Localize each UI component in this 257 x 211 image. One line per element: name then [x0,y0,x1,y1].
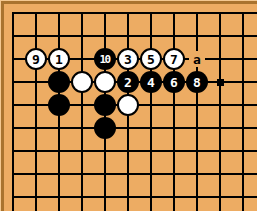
stone-black-2: 2 [117,71,139,93]
grid-line-vertical [12,12,14,211]
grid-line-vertical [173,12,175,211]
stone-black-8: 8 [186,71,208,93]
move-number: 10 [99,54,109,65]
grid-line-vertical [150,12,152,211]
grid-line-vertical [196,12,198,211]
grid-line-vertical [35,12,37,211]
board-frame-highlight-top [0,0,257,1]
move-number: 3 [124,53,132,66]
stone-black-unnumbered [94,94,116,116]
move-number: 1 [55,53,63,66]
stone-white-9: 9 [25,48,47,70]
move-number: 6 [170,76,178,89]
stone-black-unnumbered [94,117,116,139]
move-number: 8 [193,76,201,89]
move-number: 5 [147,53,155,66]
point-label-a: a [189,51,205,67]
move-number: 9 [32,53,40,66]
grid-line-horizontal [12,150,257,152]
grid-line-vertical [81,12,83,211]
stone-black-unnumbered [48,94,70,116]
stone-white-3: 3 [117,48,139,70]
stone-white-unnumbered [71,71,93,93]
board-frame-highlight-left [0,0,1,211]
grid-line-horizontal [12,127,257,129]
board-frame-left [1,0,4,211]
grid-line-horizontal [12,12,257,14]
stone-white-unnumbered [117,94,139,116]
move-number: 7 [170,53,178,66]
stone-black-6: 6 [163,71,185,93]
hoshi-marker [217,79,224,86]
move-number: 2 [124,76,132,89]
stone-white-unnumbered [94,71,116,93]
grid-line-horizontal [12,173,257,175]
grid-line-vertical [242,12,244,211]
grid-line-horizontal [12,196,257,198]
board-frame-top [0,1,257,4]
move-number: 4 [147,76,155,89]
stone-white-5: 5 [140,48,162,70]
grid-line-horizontal [12,35,257,37]
go-board-diagram: a91103572468 [0,0,257,211]
stone-white-1: 1 [48,48,70,70]
stone-black-10: 10 [94,48,116,70]
stone-white-7: 7 [163,48,185,70]
stone-black-unnumbered [48,71,70,93]
grid-line-vertical [219,12,221,211]
stone-black-4: 4 [140,71,162,93]
